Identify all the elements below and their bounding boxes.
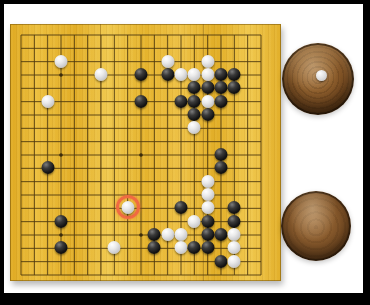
black-stone [215,148,228,161]
hoshi-point [139,233,143,237]
bowl-white-stone [316,70,327,81]
black-stone [201,81,214,94]
hoshi-point [59,73,63,77]
white-stone [201,55,214,68]
white-stone [201,95,214,108]
black-stone [215,228,228,241]
black-stone [201,108,214,121]
black-stone [55,241,68,254]
white-stone [175,68,188,81]
black-stone [228,68,241,81]
white-stone [175,241,188,254]
white-stone [201,68,214,81]
hoshi-point [139,153,143,157]
black-stone [135,95,148,108]
white-stone [188,215,201,228]
black-stone [188,241,201,254]
white-stone [95,68,108,81]
black-stone [175,95,188,108]
white-stone [175,228,188,241]
white-stone [228,255,241,268]
white-stone [201,201,214,214]
hoshi-point [59,233,63,237]
white-stone [201,175,214,188]
black-stone [215,95,228,108]
black-stone [228,201,241,214]
black-stone [201,241,214,254]
black-stone [215,161,228,174]
black-stone [188,95,201,108]
black-stone [228,215,241,228]
stone-bowl-bottom [281,191,351,261]
white-stone [228,228,241,241]
white-stone [121,201,134,214]
hoshi-point [59,153,63,157]
white-stone [161,55,174,68]
white-stone [55,55,68,68]
black-stone [175,201,188,214]
white-stone [108,241,121,254]
stone-bowl-top [282,43,354,115]
white-stone [228,241,241,254]
black-stone [188,108,201,121]
black-stone [148,228,161,241]
black-stone [188,81,201,94]
black-stone [215,255,228,268]
black-stone [215,68,228,81]
board-grid-lines [10,24,281,281]
black-stone [148,241,161,254]
black-stone [201,215,214,228]
black-stone [201,228,214,241]
black-stone [41,161,54,174]
white-stone [41,95,54,108]
white-stone [188,68,201,81]
white-stone [161,228,174,241]
screenshot-frame [0,0,370,305]
black-stone [135,68,148,81]
page-background [4,4,363,293]
black-stone [228,81,241,94]
black-stone [161,68,174,81]
white-stone [201,188,214,201]
black-stone [55,215,68,228]
go-board[interactable] [10,24,281,281]
white-stone [188,121,201,134]
black-stone [215,81,228,94]
